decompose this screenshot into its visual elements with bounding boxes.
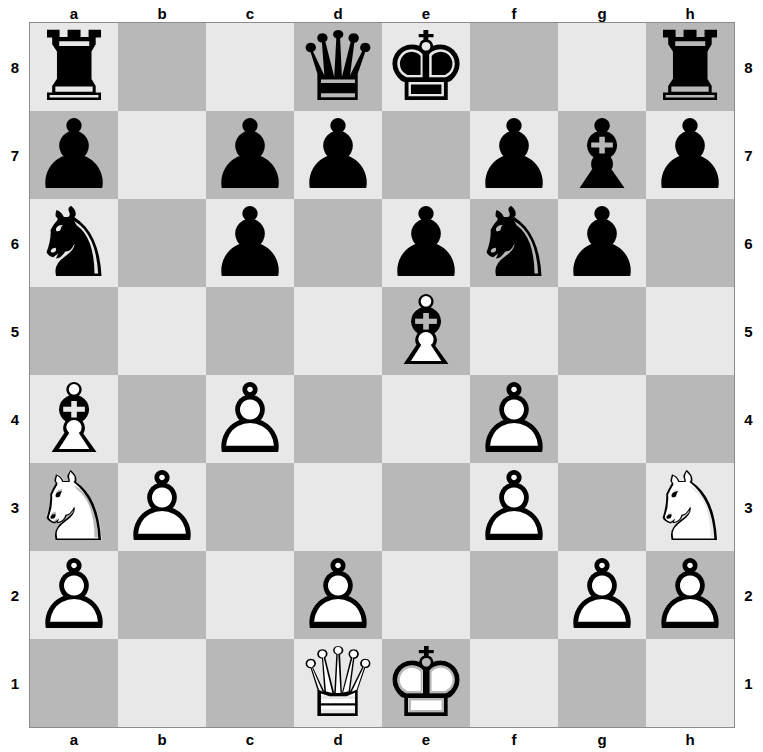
- black-knight-icon: ♞: [30, 199, 118, 287]
- piece-black-pawn[interactable]: ♟: [558, 199, 646, 287]
- file-label-h: h: [646, 732, 734, 747]
- square-b7[interactable]: [118, 111, 206, 199]
- black-pawn-icon: ♟: [206, 199, 294, 287]
- square-b1[interactable]: [118, 639, 206, 727]
- rank-label-8: 8: [0, 23, 30, 111]
- square-d7[interactable]: ♟: [294, 111, 382, 199]
- square-h1[interactable]: [646, 639, 734, 727]
- file-label-b: b: [118, 732, 206, 747]
- piece-black-bishop[interactable]: ♝: [558, 111, 646, 199]
- black-pawn-icon: ♟: [646, 111, 734, 199]
- white-pawn-icon: ♙: [470, 375, 558, 463]
- file-label-c: c: [206, 6, 294, 23]
- file-label-c: c: [206, 732, 294, 747]
- square-d6[interactable]: [294, 199, 382, 287]
- square-e3[interactable]: [382, 463, 470, 551]
- piece-black-pawn[interactable]: ♟: [206, 199, 294, 287]
- square-b2[interactable]: [118, 551, 206, 639]
- piece-white-queen[interactable]: ♛♕: [294, 639, 382, 727]
- white-bishop-icon: ♗: [30, 375, 118, 463]
- file-label-b: b: [118, 6, 206, 23]
- piece-white-king[interactable]: ♚♔: [382, 639, 470, 727]
- square-c7[interactable]: ♟: [206, 111, 294, 199]
- square-f4[interactable]: ♟♙: [470, 375, 558, 463]
- piece-white-pawn[interactable]: ♟♙: [470, 463, 558, 551]
- rank-label-1: 1: [734, 639, 763, 727]
- chess-diagram: abcdefgh 87654321 ♜♛♚♜♟♟♟♟♝♟♞♟♟♞♟♝♗♝♗♟♙♟…: [0, 0, 763, 752]
- square-d8[interactable]: ♛: [294, 23, 382, 111]
- square-a4[interactable]: ♝♗: [30, 375, 118, 463]
- square-b3[interactable]: ♟♙: [118, 463, 206, 551]
- white-queen-icon: ♕: [294, 639, 382, 727]
- white-pawn-icon: ♙: [646, 551, 734, 639]
- piece-white-knight[interactable]: ♞♘: [30, 463, 118, 551]
- piece-white-bishop[interactable]: ♝♗: [30, 375, 118, 463]
- rank-label-7: 7: [734, 111, 763, 199]
- black-bishop-icon: ♝: [558, 111, 646, 199]
- file-label-f: f: [470, 732, 558, 747]
- square-c6[interactable]: ♟: [206, 199, 294, 287]
- black-pawn-icon: ♟: [558, 199, 646, 287]
- square-e4[interactable]: [382, 375, 470, 463]
- file-label-g: g: [558, 732, 646, 747]
- piece-white-pawn[interactable]: ♟♙: [206, 375, 294, 463]
- white-knight-icon: ♘: [30, 463, 118, 551]
- square-d2[interactable]: ♟♙: [294, 551, 382, 639]
- square-c3[interactable]: [206, 463, 294, 551]
- square-c4[interactable]: ♟♙: [206, 375, 294, 463]
- square-c2[interactable]: [206, 551, 294, 639]
- square-b4[interactable]: [118, 375, 206, 463]
- black-queen-icon: ♛: [294, 23, 382, 111]
- square-h3[interactable]: ♞♘: [646, 463, 734, 551]
- rank-label-8: 8: [734, 23, 763, 111]
- square-f8[interactable]: [470, 23, 558, 111]
- file-label-g: g: [558, 6, 646, 23]
- square-e1[interactable]: ♚♔: [382, 639, 470, 727]
- white-pawn-icon: ♙: [30, 551, 118, 639]
- rank-label-7: 7: [0, 111, 30, 199]
- black-king-icon: ♚: [382, 23, 470, 111]
- square-g6[interactable]: ♟: [558, 199, 646, 287]
- square-g7[interactable]: ♝: [558, 111, 646, 199]
- square-h5[interactable]: [646, 287, 734, 375]
- white-knight-icon: ♘: [646, 463, 734, 551]
- white-pawn-icon: ♙: [118, 463, 206, 551]
- square-d5[interactable]: [294, 287, 382, 375]
- piece-white-pawn[interactable]: ♟♙: [294, 551, 382, 639]
- square-c1[interactable]: [206, 639, 294, 727]
- rank-label-1: 1: [0, 639, 30, 727]
- square-a5[interactable]: [30, 287, 118, 375]
- rank-label-5: 5: [734, 287, 763, 375]
- rank-label-6: 6: [734, 199, 763, 287]
- square-a8[interactable]: ♜: [30, 23, 118, 111]
- square-e2[interactable]: [382, 551, 470, 639]
- square-f7[interactable]: ♟: [470, 111, 558, 199]
- black-knight-icon: ♞: [470, 199, 558, 287]
- rank-label-6: 6: [0, 199, 30, 287]
- square-e7[interactable]: [382, 111, 470, 199]
- black-rook-icon: ♜: [646, 23, 734, 111]
- square-f2[interactable]: [470, 551, 558, 639]
- square-a6[interactable]: ♞: [30, 199, 118, 287]
- rank-label-2: 2: [734, 551, 763, 639]
- file-labels-bottom: abcdefgh: [0, 727, 763, 752]
- piece-white-bishop[interactable]: ♝♗: [382, 287, 470, 375]
- white-king-icon: ♔: [382, 639, 470, 727]
- white-pawn-icon: ♙: [558, 551, 646, 639]
- rank-label-4: 4: [0, 375, 30, 463]
- white-bishop-icon: ♗: [382, 287, 470, 375]
- square-c8[interactable]: [206, 23, 294, 111]
- piece-black-queen[interactable]: ♛: [294, 23, 382, 111]
- square-f1[interactable]: [470, 639, 558, 727]
- rank-label-4: 4: [734, 375, 763, 463]
- black-pawn-icon: ♟: [294, 111, 382, 199]
- square-b5[interactable]: [118, 287, 206, 375]
- piece-black-pawn[interactable]: ♟: [470, 111, 558, 199]
- square-f3[interactable]: ♟♙: [470, 463, 558, 551]
- piece-black-knight[interactable]: ♞: [470, 199, 558, 287]
- piece-black-pawn[interactable]: ♟: [206, 111, 294, 199]
- chess-board: ♜♛♚♜♟♟♟♟♝♟♞♟♟♞♟♝♗♝♗♟♙♟♙♞♘♟♙♟♙♞♘♟♙♟♙♟♙♟♙♛…: [30, 23, 734, 727]
- square-d3[interactable]: [294, 463, 382, 551]
- square-f5[interactable]: [470, 287, 558, 375]
- square-d4[interactable]: [294, 375, 382, 463]
- black-pawn-icon: ♟: [382, 199, 470, 287]
- black-pawn-icon: ♟: [30, 111, 118, 199]
- square-a2[interactable]: ♟♙: [30, 551, 118, 639]
- rank-labels-left: 87654321: [0, 23, 30, 727]
- square-b6[interactable]: [118, 199, 206, 287]
- piece-white-knight[interactable]: ♞♘: [646, 463, 734, 551]
- black-pawn-icon: ♟: [470, 111, 558, 199]
- square-e8[interactable]: ♚: [382, 23, 470, 111]
- square-a1[interactable]: [30, 639, 118, 727]
- piece-black-rook[interactable]: ♜: [646, 23, 734, 111]
- rank-label-3: 3: [734, 463, 763, 551]
- file-label-f: f: [470, 6, 558, 23]
- piece-black-pawn[interactable]: ♟: [646, 111, 734, 199]
- square-h6[interactable]: [646, 199, 734, 287]
- piece-black-king[interactable]: ♚: [382, 23, 470, 111]
- square-g2[interactable]: ♟♙: [558, 551, 646, 639]
- square-h4[interactable]: [646, 375, 734, 463]
- square-h2[interactable]: ♟♙: [646, 551, 734, 639]
- piece-black-knight[interactable]: ♞: [30, 199, 118, 287]
- piece-white-pawn[interactable]: ♟♙: [558, 551, 646, 639]
- piece-black-pawn[interactable]: ♟: [294, 111, 382, 199]
- rank-label-2: 2: [0, 551, 30, 639]
- rank-label-3: 3: [0, 463, 30, 551]
- piece-black-rook[interactable]: ♜: [30, 23, 118, 111]
- file-label-a: a: [30, 732, 118, 747]
- piece-black-pawn[interactable]: ♟: [382, 199, 470, 287]
- square-f6[interactable]: ♞: [470, 199, 558, 287]
- piece-white-pawn[interactable]: ♟♙: [30, 551, 118, 639]
- square-e5[interactable]: ♝♗: [382, 287, 470, 375]
- white-pawn-icon: ♙: [294, 551, 382, 639]
- square-g3[interactable]: [558, 463, 646, 551]
- square-a3[interactable]: ♞♘: [30, 463, 118, 551]
- piece-white-pawn[interactable]: ♟♙: [646, 551, 734, 639]
- square-g8[interactable]: [558, 23, 646, 111]
- square-d1[interactable]: ♛♕: [294, 639, 382, 727]
- black-rook-icon: ♜: [30, 23, 118, 111]
- piece-black-pawn[interactable]: ♟: [30, 111, 118, 199]
- square-c5[interactable]: [206, 287, 294, 375]
- square-h7[interactable]: ♟: [646, 111, 734, 199]
- piece-white-pawn[interactable]: ♟♙: [118, 463, 206, 551]
- square-g4[interactable]: [558, 375, 646, 463]
- black-pawn-icon: ♟: [206, 111, 294, 199]
- piece-white-pawn[interactable]: ♟♙: [470, 375, 558, 463]
- square-b8[interactable]: [118, 23, 206, 111]
- square-e6[interactable]: ♟: [382, 199, 470, 287]
- white-pawn-icon: ♙: [206, 375, 294, 463]
- square-a7[interactable]: ♟: [30, 111, 118, 199]
- square-g1[interactable]: [558, 639, 646, 727]
- square-g5[interactable]: [558, 287, 646, 375]
- square-h8[interactable]: ♜: [646, 23, 734, 111]
- rank-label-5: 5: [0, 287, 30, 375]
- white-pawn-icon: ♙: [470, 463, 558, 551]
- rank-labels-right: 87654321: [734, 23, 763, 727]
